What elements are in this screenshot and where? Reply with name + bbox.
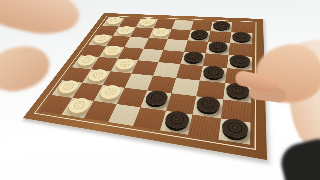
checker-dark[interactable]: [208, 41, 228, 52]
board-squares: [40, 17, 253, 145]
left-player-arm: [0, 0, 84, 42]
checkers-board[interactable]: [23, 13, 267, 160]
checker-dark[interactable]: [212, 21, 230, 30]
checker-dark[interactable]: [182, 51, 204, 63]
checker-dark[interactable]: [144, 90, 170, 107]
checker-dark[interactable]: [163, 110, 191, 130]
right-player-sleeve: [277, 135, 320, 180]
checker-light[interactable]: [151, 28, 171, 37]
checker-dark[interactable]: [231, 32, 250, 42]
square-h8[interactable]: [218, 118, 250, 145]
square-f8[interactable]: [160, 111, 193, 135]
checker-dark[interactable]: [195, 95, 221, 113]
checker-dark[interactable]: [202, 65, 225, 79]
checker-dark[interactable]: [190, 30, 209, 40]
checkers-scene: [0, 0, 320, 180]
square-g8[interactable]: [188, 114, 221, 139]
checker-dark[interactable]: [229, 54, 250, 67]
